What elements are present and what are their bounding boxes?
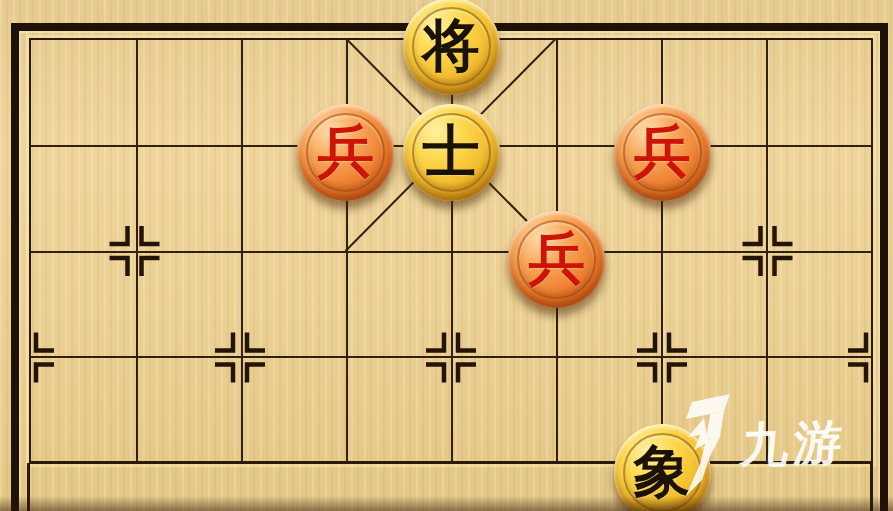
board-cell	[241, 251, 346, 356]
river-right-edge-line	[870, 463, 873, 511]
board-cell	[241, 356, 346, 461]
piece-advisor-black[interactable]: 士	[403, 104, 500, 201]
board-grid	[29, 38, 873, 464]
board-cell	[346, 356, 451, 461]
piece-glyph: 象	[634, 443, 691, 500]
board-cell	[766, 251, 871, 356]
piece-glyph: 兵	[317, 123, 374, 180]
board-cell	[136, 40, 241, 145]
piece-elephant-black[interactable]: 象	[614, 424, 711, 511]
board-cell	[451, 356, 556, 461]
board-cell	[661, 251, 766, 356]
board-cell	[136, 145, 241, 250]
board-cell	[766, 40, 871, 145]
board-cell	[136, 356, 241, 461]
piece-soldier-red[interactable]: 兵	[614, 104, 711, 201]
xiangqi-board: 将兵士兵兵象 九游	[0, 0, 893, 511]
piece-glyph: 士	[423, 123, 480, 180]
piece-general-black[interactable]: 将	[403, 0, 500, 95]
piece-glyph: 将	[423, 17, 480, 74]
board-cell	[31, 251, 136, 356]
piece-glyph: 兵	[528, 230, 585, 287]
bottom-shadow	[0, 496, 893, 511]
board-cell	[346, 251, 451, 356]
board-cell	[31, 40, 136, 145]
board-cell	[136, 251, 241, 356]
river-left-edge-line	[27, 463, 30, 511]
board-cell	[766, 356, 871, 461]
board-cell	[31, 145, 136, 250]
piece-soldier-red[interactable]: 兵	[297, 104, 394, 201]
piece-soldier-red[interactable]: 兵	[508, 211, 605, 308]
board-cell	[766, 145, 871, 250]
board-cell	[31, 356, 136, 461]
piece-glyph: 兵	[634, 123, 691, 180]
